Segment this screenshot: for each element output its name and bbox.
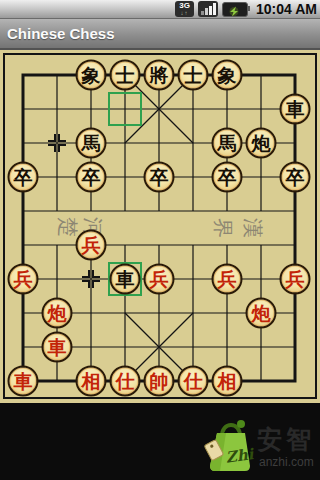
piece-red-cannon[interactable]: 炮 <box>246 298 277 329</box>
piece-glyph: 仕 <box>184 372 203 391</box>
network-3g-icon: 3G ↓↑ <box>175 1 194 17</box>
piece-glyph: 車 <box>48 338 67 357</box>
piece-glyph: 兵 <box>150 270 169 289</box>
svg-text:Zhi: Zhi <box>225 445 256 467</box>
last-move-from-highlight <box>108 92 142 126</box>
piece-glyph: 炮 <box>252 134 271 153</box>
piece-glyph: 相 <box>218 372 237 391</box>
piece-glyph: 卒 <box>82 168 101 187</box>
battery-charging-icon <box>222 2 248 17</box>
piece-red-chariot[interactable]: 車 <box>42 332 73 363</box>
piece-black-soldier[interactable]: 卒 <box>76 162 107 193</box>
piece-glyph: 士 <box>116 66 135 85</box>
piece-glyph: 將 <box>150 66 169 85</box>
piece-glyph: 卒 <box>218 168 237 187</box>
xiangqi-board[interactable]: 楚 河 界 漢 象士將士象車馬馬炮卒卒卒卒卒車兵兵兵兵兵炮炮車車相仕帥仕相 <box>0 50 320 403</box>
piece-glyph: 車 <box>116 270 135 289</box>
piece-black-chariot[interactable]: 車 <box>280 94 311 125</box>
status-bar: 3G ↓↑ 10:04 AM <box>0 0 320 19</box>
piece-glyph: 仕 <box>116 372 135 391</box>
piece-red-soldier[interactable]: 兵 <box>76 230 107 261</box>
piece-black-cannon[interactable]: 炮 <box>246 128 277 159</box>
piece-black-elephant[interactable]: 象 <box>76 60 107 91</box>
piece-glyph: 象 <box>218 66 237 85</box>
piece-glyph: 兵 <box>14 270 33 289</box>
piece-black-chariot[interactable]: 車 <box>110 264 141 295</box>
piece-glyph: 相 <box>82 372 101 391</box>
piece-black-horse[interactable]: 馬 <box>76 128 107 159</box>
point-marker <box>82 270 100 288</box>
piece-glyph: 卒 <box>286 168 305 187</box>
point-marker <box>48 134 66 152</box>
piece-red-general[interactable]: 帥 <box>144 366 175 397</box>
piece-glyph: 兵 <box>218 270 237 289</box>
piece-red-advisor[interactable]: 仕 <box>110 366 141 397</box>
lightning-bolt-icon <box>223 6 245 17</box>
piece-black-soldier[interactable]: 卒 <box>144 162 175 193</box>
app-screen: 3G ↓↑ 10:04 AM Chinese Chess <box>0 0 320 480</box>
piece-red-advisor[interactable]: 仕 <box>178 366 209 397</box>
clock-text: 10:04 AM <box>256 1 317 17</box>
piece-glyph: 士 <box>184 66 203 85</box>
piece-glyph: 象 <box>82 66 101 85</box>
piece-black-soldier[interactable]: 卒 <box>280 162 311 193</box>
piece-glyph: 兵 <box>82 236 101 255</box>
piece-glyph: 卒 <box>14 168 33 187</box>
network-3g-label: 3G <box>179 2 190 10</box>
river-text-han: 漢 <box>239 218 266 238</box>
signal-strength-icon <box>198 1 218 17</box>
piece-glyph: 馬 <box>218 134 237 153</box>
piece-red-soldier[interactable]: 兵 <box>280 264 311 295</box>
app-title: Chinese Chess <box>7 25 115 42</box>
data-arrows-icon: ↓↑ <box>181 10 189 16</box>
piece-red-soldier[interactable]: 兵 <box>8 264 39 295</box>
piece-black-horse[interactable]: 馬 <box>212 128 243 159</box>
piece-red-soldier[interactable]: 兵 <box>144 264 175 295</box>
piece-red-cannon[interactable]: 炮 <box>42 298 73 329</box>
piece-glyph: 車 <box>286 100 305 119</box>
piece-glyph: 卒 <box>150 168 169 187</box>
piece-black-general[interactable]: 將 <box>144 60 175 91</box>
piece-black-advisor[interactable]: 士 <box>178 60 209 91</box>
piece-red-elephant[interactable]: 相 <box>76 366 107 397</box>
title-bar: Chinese Chess <box>0 19 320 50</box>
piece-glyph: 帥 <box>150 372 169 391</box>
piece-black-elephant[interactable]: 象 <box>212 60 243 91</box>
piece-glyph: 兵 <box>286 270 305 289</box>
anzhi-brand-text: 安智 <box>257 423 315 456</box>
river-text-chu: 楚 <box>54 217 81 237</box>
anzhi-domain-text: anzhi.com <box>259 455 314 469</box>
piece-glyph: 車 <box>14 372 33 391</box>
piece-black-advisor[interactable]: 士 <box>110 60 141 91</box>
anzhi-bag-icon: Zhi <box>202 413 260 475</box>
footer-bar: Zhi 安智 anzhi.com <box>0 403 320 480</box>
river-text-jie: 界 <box>209 218 236 238</box>
piece-black-soldier[interactable]: 卒 <box>8 162 39 193</box>
piece-glyph: 炮 <box>252 304 271 323</box>
piece-red-elephant[interactable]: 相 <box>212 366 243 397</box>
piece-black-soldier[interactable]: 卒 <box>212 162 243 193</box>
piece-glyph: 馬 <box>82 134 101 153</box>
piece-red-soldier[interactable]: 兵 <box>212 264 243 295</box>
piece-red-chariot[interactable]: 車 <box>8 366 39 397</box>
piece-glyph: 炮 <box>48 304 67 323</box>
